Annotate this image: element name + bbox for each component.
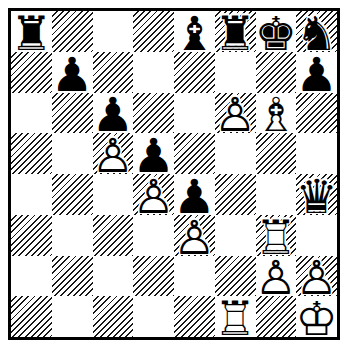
square-g8[interactable]: ♚ (256, 11, 297, 52)
square-b6[interactable] (52, 93, 93, 134)
square-d1[interactable] (133, 296, 174, 337)
square-b4[interactable] (52, 174, 93, 215)
piece-black-rook: ♜ (215, 13, 256, 54)
square-d4[interactable]: ♟♙ (133, 174, 174, 215)
board-frame: ♜♝♜♚♞♟♟♟♟♙♝♗♟♙♟♟♙♟♛♟♙♜♖♟♙♟♙♜♖♚♔ (8, 8, 340, 340)
square-g4[interactable] (256, 174, 297, 215)
white-pawn-outline-glyph: ♙ (133, 176, 174, 217)
piece-black-rook: ♜ (11, 13, 52, 54)
white-rook-fill-glyph: ♜ (256, 216, 297, 257)
piece-black-queen: ♛ (296, 176, 337, 217)
square-d6[interactable] (133, 93, 174, 134)
square-e6[interactable] (174, 93, 215, 134)
piece-white-rook: ♜♖ (256, 216, 297, 257)
piece-white-pawn: ♟♙ (133, 176, 174, 217)
square-a1[interactable] (11, 296, 52, 337)
square-a7[interactable] (11, 52, 52, 93)
square-f2[interactable] (215, 256, 256, 297)
piece-white-bishop: ♝♗ (256, 94, 297, 135)
square-c6[interactable]: ♟ (93, 93, 134, 134)
square-g2[interactable]: ♟♙ (256, 256, 297, 297)
white-pawn-outline-glyph: ♙ (296, 257, 337, 298)
white-pawn-fill-glyph: ♟ (93, 135, 134, 176)
square-b5[interactable] (52, 133, 93, 174)
square-b1[interactable] (52, 296, 93, 337)
square-c2[interactable] (93, 256, 134, 297)
square-d3[interactable] (133, 215, 174, 256)
square-h8[interactable]: ♞ (296, 11, 337, 52)
square-a4[interactable] (11, 174, 52, 215)
piece-white-pawn: ♟♙ (256, 257, 297, 298)
square-g5[interactable] (256, 133, 297, 174)
white-bishop-outline-glyph: ♗ (256, 94, 297, 135)
square-a3[interactable] (11, 215, 52, 256)
piece-black-king: ♚ (256, 13, 297, 54)
square-h4[interactable]: ♛ (296, 174, 337, 215)
piece-black-pawn: ♟ (296, 53, 337, 94)
piece-black-bishop: ♝ (174, 13, 215, 54)
square-e5[interactable] (174, 133, 215, 174)
white-king-fill-glyph: ♚ (296, 298, 337, 339)
piece-white-pawn: ♟♙ (93, 135, 134, 176)
square-g7[interactable] (256, 52, 297, 93)
square-h6[interactable] (296, 93, 337, 134)
piece-black-knight: ♞ (296, 13, 337, 54)
piece-black-pawn: ♟ (133, 135, 174, 176)
square-g3[interactable]: ♜♖ (256, 215, 297, 256)
square-b2[interactable] (52, 256, 93, 297)
square-e7[interactable] (174, 52, 215, 93)
square-b3[interactable] (52, 215, 93, 256)
square-e4[interactable]: ♟ (174, 174, 215, 215)
white-pawn-fill-glyph: ♟ (174, 216, 215, 257)
square-a8[interactable]: ♜ (11, 11, 52, 52)
square-d8[interactable] (133, 11, 174, 52)
white-pawn-outline-glyph: ♙ (174, 216, 215, 257)
square-e2[interactable] (174, 256, 215, 297)
white-pawn-outline-glyph: ♙ (256, 257, 297, 298)
square-h3[interactable] (296, 215, 337, 256)
white-rook-outline-glyph: ♖ (256, 216, 297, 257)
square-b8[interactable] (52, 11, 93, 52)
square-e8[interactable]: ♝ (174, 11, 215, 52)
chess-board: ♜♝♜♚♞♟♟♟♟♙♝♗♟♙♟♟♙♟♛♟♙♜♖♟♙♟♙♜♖♚♔ (11, 11, 337, 337)
square-f4[interactable] (215, 174, 256, 215)
piece-white-pawn: ♟♙ (215, 94, 256, 135)
square-d5[interactable]: ♟ (133, 133, 174, 174)
square-f1[interactable]: ♜♖ (215, 296, 256, 337)
square-f5[interactable] (215, 133, 256, 174)
page-background: ♜♝♜♚♞♟♟♟♟♙♝♗♟♙♟♟♙♟♛♟♙♜♖♟♙♟♙♜♖♚♔ (0, 0, 350, 350)
square-b7[interactable]: ♟ (52, 52, 93, 93)
piece-white-king: ♚♔ (296, 298, 337, 339)
piece-black-pawn: ♟ (174, 176, 215, 217)
white-pawn-outline-glyph: ♙ (215, 94, 256, 135)
square-a6[interactable] (11, 93, 52, 134)
square-d7[interactable] (133, 52, 174, 93)
square-h7[interactable]: ♟ (296, 52, 337, 93)
white-pawn-outline-glyph: ♙ (93, 135, 134, 176)
square-c4[interactable] (93, 174, 134, 215)
square-e3[interactable]: ♟♙ (174, 215, 215, 256)
square-c7[interactable] (93, 52, 134, 93)
piece-white-pawn: ♟♙ (174, 216, 215, 257)
piece-white-pawn: ♟♙ (296, 257, 337, 298)
square-d2[interactable] (133, 256, 174, 297)
square-e1[interactable] (174, 296, 215, 337)
white-rook-outline-glyph: ♖ (215, 298, 256, 339)
white-rook-fill-glyph: ♜ (215, 298, 256, 339)
square-h2[interactable]: ♟♙ (296, 256, 337, 297)
piece-black-pawn: ♟ (93, 94, 134, 135)
piece-black-pawn: ♟ (52, 53, 93, 94)
square-c3[interactable] (93, 215, 134, 256)
square-c1[interactable] (93, 296, 134, 337)
square-f6[interactable]: ♟♙ (215, 93, 256, 134)
white-pawn-fill-glyph: ♟ (133, 176, 174, 217)
white-king-outline-glyph: ♔ (296, 298, 337, 339)
white-pawn-fill-glyph: ♟ (215, 94, 256, 135)
white-bishop-fill-glyph: ♝ (256, 94, 297, 135)
square-h1[interactable]: ♚♔ (296, 296, 337, 337)
square-f8[interactable]: ♜ (215, 11, 256, 52)
piece-white-rook: ♜♖ (215, 298, 256, 339)
square-f7[interactable] (215, 52, 256, 93)
square-c8[interactable] (93, 11, 134, 52)
square-g6[interactable]: ♝♗ (256, 93, 297, 134)
square-a5[interactable] (11, 133, 52, 174)
square-f3[interactable] (215, 215, 256, 256)
white-pawn-fill-glyph: ♟ (256, 257, 297, 298)
square-g1[interactable] (256, 296, 297, 337)
white-pawn-fill-glyph: ♟ (296, 257, 337, 298)
square-h5[interactable] (296, 133, 337, 174)
square-c5[interactable]: ♟♙ (93, 133, 134, 174)
square-a2[interactable] (11, 256, 52, 297)
